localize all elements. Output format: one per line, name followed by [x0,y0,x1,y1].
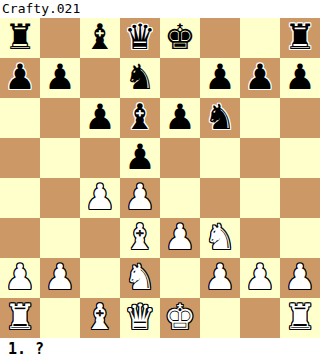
square-b6[interactable] [40,98,80,138]
white-pawn: ♟ [164,220,195,255]
black-pawn: ♟ [204,60,235,95]
square-c8[interactable]: ♝ [80,18,120,58]
square-d5[interactable]: ♟ [120,138,160,178]
black-pawn: ♟ [44,60,75,95]
square-d1[interactable]: ♛ [120,298,160,338]
square-c6[interactable]: ♟ [80,98,120,138]
square-g6[interactable] [240,98,280,138]
square-c7[interactable] [80,58,120,98]
square-a3[interactable] [0,218,40,258]
black-king: ♚ [164,20,195,55]
move-prompt: 1. ? [8,340,44,358]
square-d6[interactable]: ♝ [120,98,160,138]
square-f8[interactable] [200,18,240,58]
square-h6[interactable] [280,98,320,138]
crafty-window: Crafty.021 ♜♝♛♚♜♟♟♞♟♟♟♟♝♟♞♟♟♟♝♟♞♟♟♞♟♟♟♜♝… [0,0,320,360]
square-e7[interactable] [160,58,200,98]
square-b7[interactable]: ♟ [40,58,80,98]
white-pawn: ♟ [244,260,275,295]
white-pawn: ♟ [284,260,315,295]
square-g4[interactable] [240,178,280,218]
chess-board: ♜♝♛♚♜♟♟♞♟♟♟♟♝♟♞♟♟♟♝♟♞♟♟♞♟♟♟♜♝♛♚♜ [0,18,320,338]
square-c5[interactable] [80,138,120,178]
black-bishop: ♝ [84,20,115,55]
black-pawn: ♟ [284,60,315,95]
square-d3[interactable]: ♝ [120,218,160,258]
square-h8[interactable]: ♜ [280,18,320,58]
square-g8[interactable] [240,18,280,58]
square-b3[interactable] [40,218,80,258]
square-g7[interactable]: ♟ [240,58,280,98]
black-rook: ♜ [284,20,315,55]
square-g1[interactable] [240,298,280,338]
square-d4[interactable]: ♟ [120,178,160,218]
square-g3[interactable] [240,218,280,258]
title-bar: Crafty.021 [0,0,320,18]
square-f4[interactable] [200,178,240,218]
black-pawn: ♟ [84,100,115,135]
square-a5[interactable] [0,138,40,178]
black-pawn: ♟ [244,60,275,95]
square-c3[interactable] [80,218,120,258]
square-a6[interactable] [0,98,40,138]
white-rook: ♜ [4,300,35,335]
black-knight: ♞ [124,60,155,95]
square-f3[interactable]: ♞ [200,218,240,258]
white-pawn: ♟ [204,260,235,295]
square-h2[interactable]: ♟ [280,258,320,298]
square-c1[interactable]: ♝ [80,298,120,338]
square-c4[interactable]: ♟ [80,178,120,218]
white-rook: ♜ [284,300,315,335]
black-pawn: ♟ [124,140,155,175]
black-pawn: ♟ [164,100,195,135]
square-a8[interactable]: ♜ [0,18,40,58]
square-b5[interactable] [40,138,80,178]
square-a4[interactable] [0,178,40,218]
square-b4[interactable] [40,178,80,218]
square-b8[interactable] [40,18,80,58]
square-f1[interactable] [200,298,240,338]
status-bar: 1. ? [0,338,320,360]
square-f6[interactable]: ♞ [200,98,240,138]
square-d2[interactable]: ♞ [120,258,160,298]
square-f7[interactable]: ♟ [200,58,240,98]
white-bishop: ♝ [84,300,115,335]
square-e2[interactable] [160,258,200,298]
square-b1[interactable] [40,298,80,338]
square-h4[interactable] [280,178,320,218]
square-d7[interactable]: ♞ [120,58,160,98]
square-a7[interactable]: ♟ [0,58,40,98]
white-pawn: ♟ [124,180,155,215]
square-h1[interactable]: ♜ [280,298,320,338]
square-f5[interactable] [200,138,240,178]
white-knight: ♞ [204,220,235,255]
square-e4[interactable] [160,178,200,218]
square-a1[interactable]: ♜ [0,298,40,338]
square-a2[interactable]: ♟ [0,258,40,298]
square-e5[interactable] [160,138,200,178]
square-g2[interactable]: ♟ [240,258,280,298]
black-pawn: ♟ [4,60,35,95]
square-h5[interactable] [280,138,320,178]
square-g5[interactable] [240,138,280,178]
square-e8[interactable]: ♚ [160,18,200,58]
white-pawn: ♟ [84,180,115,215]
white-pawn: ♟ [44,260,75,295]
square-h7[interactable]: ♟ [280,58,320,98]
square-f2[interactable]: ♟ [200,258,240,298]
square-c2[interactable] [80,258,120,298]
black-rook: ♜ [4,20,35,55]
black-knight: ♞ [204,100,235,135]
black-bishop: ♝ [124,100,155,135]
white-bishop: ♝ [124,220,155,255]
white-knight: ♞ [124,260,155,295]
white-king: ♚ [164,300,195,335]
white-pawn: ♟ [4,260,35,295]
black-queen: ♛ [124,20,155,55]
square-d8[interactable]: ♛ [120,18,160,58]
square-h3[interactable] [280,218,320,258]
square-e1[interactable]: ♚ [160,298,200,338]
square-e6[interactable]: ♟ [160,98,200,138]
square-e3[interactable]: ♟ [160,218,200,258]
white-queen: ♛ [124,300,155,335]
square-b2[interactable]: ♟ [40,258,80,298]
window-title: Crafty.021 [2,0,80,18]
